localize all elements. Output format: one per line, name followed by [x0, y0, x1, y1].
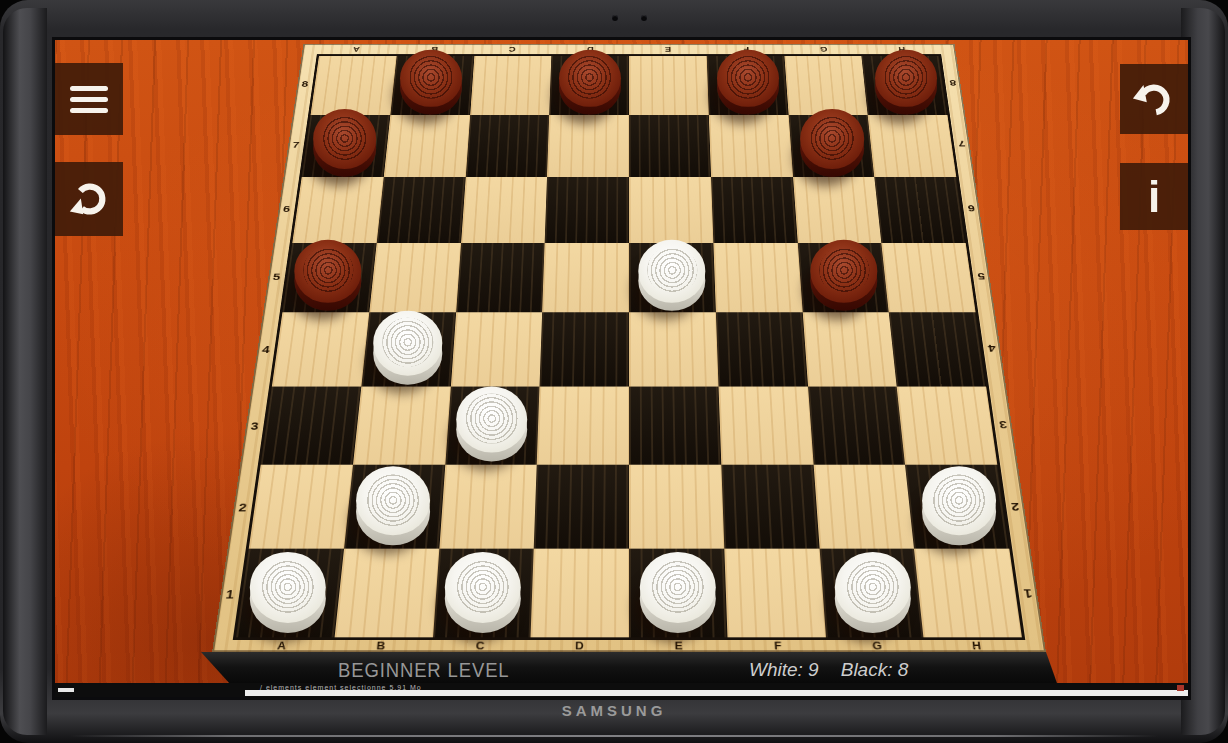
rotate-board-button[interactable]: [55, 162, 123, 236]
square-h3[interactable]: [897, 386, 997, 464]
checker-piece-dark[interactable]: [313, 109, 377, 176]
overlay-strip-white: [245, 690, 1188, 696]
overlay-artifact-red: [1177, 685, 1184, 691]
checker-piece-white[interactable]: [250, 552, 326, 633]
square-b7[interactable]: [384, 115, 470, 177]
square-a6[interactable]: [292, 177, 383, 243]
square-c5[interactable]: [456, 243, 545, 313]
square-d6[interactable]: [545, 177, 629, 243]
checker-piece-dark[interactable]: [400, 49, 462, 115]
col-label-bottom-g: G: [827, 640, 927, 652]
square-e4[interactable]: [629, 312, 718, 386]
col-label-bottom-e: E: [629, 640, 729, 652]
col-label-bottom-f: F: [728, 640, 828, 652]
square-d1[interactable]: [531, 548, 629, 637]
overlay-artifact-dash: [58, 688, 74, 692]
square-c2[interactable]: [439, 465, 537, 549]
checker-piece-white[interactable]: [834, 552, 910, 633]
square-a4[interactable]: [272, 312, 369, 386]
square-b3[interactable]: [353, 386, 451, 464]
square-f5[interactable]: [713, 243, 802, 313]
score-readout: White: 9Black: 8: [749, 659, 908, 681]
square-g8[interactable]: [784, 56, 868, 115]
col-label-bottom-a: A: [231, 640, 332, 652]
col-label-top-c: C: [473, 44, 551, 55]
square-f2[interactable]: [721, 465, 819, 549]
col-label-bottom-b: B: [331, 640, 431, 652]
square-f3[interactable]: [718, 386, 813, 464]
square-g2[interactable]: [813, 465, 914, 549]
square-a3[interactable]: [261, 386, 361, 464]
square-e6[interactable]: [629, 177, 713, 243]
col-label-bottom-d: D: [530, 640, 630, 652]
square-e3[interactable]: [629, 386, 721, 464]
checker-piece-white[interactable]: [445, 552, 521, 633]
col-label-top-e: E: [629, 44, 707, 55]
checker-piece-white[interactable]: [638, 240, 705, 312]
square-d5[interactable]: [542, 243, 629, 313]
square-d2[interactable]: [534, 465, 629, 549]
square-f6[interactable]: [711, 177, 798, 243]
info-button[interactable]: i: [1120, 163, 1188, 230]
checker-piece-dark[interactable]: [800, 109, 864, 176]
square-d7[interactable]: [547, 115, 629, 177]
square-f4[interactable]: [716, 312, 808, 386]
info-icon: i: [1148, 175, 1160, 219]
square-g3[interactable]: [808, 386, 906, 464]
square-c4[interactable]: [450, 312, 542, 386]
tablet-frame: SAMSUNG AA88BB77CC66DD55EE44FF33GG22HH11…: [0, 0, 1228, 743]
col-label-bottom-c: C: [430, 640, 530, 652]
square-g6[interactable]: [793, 177, 882, 243]
black-count-label: Black: 8: [841, 659, 909, 680]
app-screen: AA88BB77CC66DD55EE44FF33GG22HH11 BEGINNE…: [55, 40, 1188, 697]
square-a8[interactable]: [311, 56, 397, 115]
square-f1[interactable]: [724, 548, 825, 637]
square-a2[interactable]: [249, 465, 353, 549]
square-d4[interactable]: [540, 312, 629, 386]
checker-piece-white[interactable]: [356, 466, 430, 544]
tablet-rim-left: [3, 8, 47, 735]
square-c7[interactable]: [465, 115, 549, 177]
rotate-icon: [66, 176, 112, 222]
checker-piece-white[interactable]: [456, 386, 528, 462]
square-h1[interactable]: [914, 548, 1022, 637]
status-bar: BEGINNER LEVEL White: 9Black: 8: [201, 652, 1058, 686]
col-label-top-g: G: [784, 44, 863, 55]
checker-piece-dark[interactable]: [810, 240, 877, 312]
white-count-label: White: 9: [749, 659, 819, 680]
square-h5[interactable]: [881, 243, 975, 313]
checker-piece-white[interactable]: [639, 552, 715, 633]
square-c6[interactable]: [461, 177, 548, 243]
col-label-top-a: A: [317, 44, 396, 55]
checker-piece-dark[interactable]: [559, 49, 621, 115]
checker-piece-dark[interactable]: [875, 49, 937, 115]
square-e7[interactable]: [629, 115, 711, 177]
square-g4[interactable]: [802, 312, 897, 386]
checker-piece-white[interactable]: [922, 466, 996, 544]
square-b6[interactable]: [377, 177, 466, 243]
undo-arrow-icon: [1131, 76, 1177, 122]
square-b5[interactable]: [369, 243, 461, 313]
checker-piece-dark[interactable]: [717, 49, 779, 115]
hamburger-icon: [70, 86, 108, 91]
checker-piece-white[interactable]: [373, 311, 443, 385]
square-b1[interactable]: [334, 548, 439, 637]
undo-button[interactable]: [1120, 64, 1188, 134]
square-h6[interactable]: [874, 177, 965, 243]
samsung-logo: SAMSUNG: [0, 702, 1228, 719]
square-f7[interactable]: [709, 115, 793, 177]
level-label: BEGINNER LEVEL: [338, 658, 510, 682]
square-c8[interactable]: [470, 56, 552, 115]
square-d3[interactable]: [537, 386, 629, 464]
menu-button[interactable]: [55, 63, 123, 135]
light-sensor-dot-icon: [641, 15, 647, 21]
square-h7[interactable]: [868, 115, 956, 177]
camera-dot-icon: [612, 15, 618, 21]
square-e2[interactable]: [629, 465, 724, 549]
tablet-rim-bottom-line: [70, 735, 1158, 737]
checker-piece-dark[interactable]: [294, 240, 361, 312]
square-e8[interactable]: [629, 56, 709, 115]
col-label-bottom-h: H: [926, 640, 1027, 652]
square-h4[interactable]: [889, 312, 986, 386]
